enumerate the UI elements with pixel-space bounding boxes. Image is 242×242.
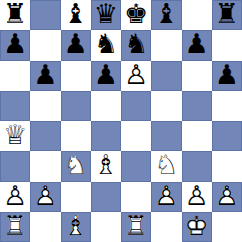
square-d2[interactable]: [91, 182, 121, 212]
square-e6[interactable]: ♟♙: [121, 61, 151, 91]
square-d4[interactable]: [91, 121, 121, 151]
piece-white-pawn[interactable]: ♟♙: [32, 183, 59, 210]
square-d3[interactable]: ♝♗: [91, 151, 121, 181]
square-g4[interactable]: [182, 121, 212, 151]
square-c6[interactable]: [61, 61, 91, 91]
square-a2[interactable]: ♟♙: [0, 182, 30, 212]
square-c3[interactable]: ♞♘: [61, 151, 91, 181]
square-b2[interactable]: ♟♙: [30, 182, 60, 212]
piece-black-knight[interactable]: ♞: [92, 32, 119, 59]
piece-white-king[interactable]: ♚♔: [183, 213, 210, 240]
piece-white-pawn[interactable]: ♟♙: [123, 62, 150, 89]
square-g8[interactable]: [182, 0, 212, 30]
square-h8[interactable]: ♜: [212, 0, 242, 30]
piece-black-king[interactable]: ♚: [123, 2, 150, 29]
square-h1[interactable]: [212, 212, 242, 242]
square-a5[interactable]: [0, 91, 30, 121]
square-h4[interactable]: [212, 121, 242, 151]
square-d5[interactable]: [91, 91, 121, 121]
square-a3[interactable]: [0, 151, 30, 181]
square-f5[interactable]: [151, 91, 181, 121]
piece-white-pawn[interactable]: ♟♙: [2, 183, 29, 210]
piece-black-queen[interactable]: ♛: [92, 2, 119, 29]
square-b5[interactable]: [30, 91, 60, 121]
square-f3[interactable]: ♞♘: [151, 151, 181, 181]
square-b1[interactable]: [30, 212, 60, 242]
square-e2[interactable]: [121, 182, 151, 212]
piece-black-rook[interactable]: ♜: [213, 2, 240, 29]
square-c4[interactable]: [61, 121, 91, 151]
square-e3[interactable]: [121, 151, 151, 181]
square-e5[interactable]: [121, 91, 151, 121]
square-b8[interactable]: [30, 0, 60, 30]
piece-black-bishop[interactable]: ♝: [62, 2, 89, 29]
square-e1[interactable]: ♜♖: [121, 212, 151, 242]
piece-white-knight[interactable]: ♞♘: [62, 153, 89, 180]
square-b6[interactable]: ♟: [30, 61, 60, 91]
piece-white-pawn[interactable]: ♟♙: [153, 183, 180, 210]
square-g7[interactable]: ♟: [182, 30, 212, 60]
square-a8[interactable]: ♜: [0, 0, 30, 30]
square-f6[interactable]: [151, 61, 181, 91]
square-h5[interactable]: [212, 91, 242, 121]
square-b3[interactable]: [30, 151, 60, 181]
square-b4[interactable]: [30, 121, 60, 151]
square-c7[interactable]: ♟: [61, 30, 91, 60]
piece-black-pawn[interactable]: ♟: [92, 62, 119, 89]
square-c1[interactable]: ♝♗: [61, 212, 91, 242]
piece-black-bishop[interactable]: ♝: [153, 2, 180, 29]
piece-white-pawn[interactable]: ♟♙: [213, 183, 240, 210]
piece-black-rook[interactable]: ♜: [2, 2, 29, 29]
piece-white-bishop[interactable]: ♝♗: [62, 213, 89, 240]
square-a7[interactable]: ♟: [0, 30, 30, 60]
piece-white-pawn[interactable]: ♟♙: [183, 183, 210, 210]
square-f2[interactable]: ♟♙: [151, 182, 181, 212]
square-h3[interactable]: [212, 151, 242, 181]
piece-black-pawn[interactable]: ♟: [183, 32, 210, 59]
piece-white-bishop[interactable]: ♝♗: [92, 153, 119, 180]
square-g1[interactable]: ♚♔: [182, 212, 212, 242]
square-d6[interactable]: ♟: [91, 61, 121, 91]
square-h6[interactable]: ♟: [212, 61, 242, 91]
square-h7[interactable]: [212, 30, 242, 60]
square-e4[interactable]: [121, 121, 151, 151]
square-d7[interactable]: ♞: [91, 30, 121, 60]
square-f4[interactable]: [151, 121, 181, 151]
square-g5[interactable]: [182, 91, 212, 121]
square-a1[interactable]: ♜♖: [0, 212, 30, 242]
piece-white-rook[interactable]: ♜♖: [2, 213, 29, 240]
chess-board: ♜♝♛♚♝♜♟♟♞♞♟♟♟♟♙♟♛♕♞♘♝♗♞♘♟♙♟♙♟♙♟♙♟♙♜♖♝♗♜♖…: [0, 0, 242, 242]
square-f7[interactable]: [151, 30, 181, 60]
square-e7[interactable]: ♞: [121, 30, 151, 60]
square-c8[interactable]: ♝: [61, 0, 91, 30]
square-a4[interactable]: ♛♕: [0, 121, 30, 151]
square-g6[interactable]: [182, 61, 212, 91]
piece-white-knight[interactable]: ♞♘: [153, 153, 180, 180]
square-c5[interactable]: [61, 91, 91, 121]
square-g3[interactable]: [182, 151, 212, 181]
square-b7[interactable]: [30, 30, 60, 60]
piece-white-rook[interactable]: ♜♖: [123, 213, 150, 240]
square-d8[interactable]: ♛: [91, 0, 121, 30]
square-c2[interactable]: [61, 182, 91, 212]
piece-white-queen[interactable]: ♛♕: [2, 123, 29, 150]
piece-black-pawn[interactable]: ♟: [32, 62, 59, 89]
square-g2[interactable]: ♟♙: [182, 182, 212, 212]
square-a6[interactable]: [0, 61, 30, 91]
piece-black-knight[interactable]: ♞: [123, 32, 150, 59]
piece-black-pawn[interactable]: ♟: [213, 62, 240, 89]
piece-black-pawn[interactable]: ♟: [2, 32, 29, 59]
square-e8[interactable]: ♚: [121, 0, 151, 30]
square-f1[interactable]: [151, 212, 181, 242]
square-h2[interactable]: ♟♙: [212, 182, 242, 212]
square-f8[interactable]: ♝: [151, 0, 181, 30]
square-d1[interactable]: [91, 212, 121, 242]
piece-black-pawn[interactable]: ♟: [62, 32, 89, 59]
